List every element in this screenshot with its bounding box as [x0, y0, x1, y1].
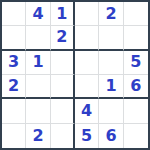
cell-r4c3[interactable] [51, 75, 75, 99]
cell-r6c5[interactable]: 6 [99, 124, 123, 148]
cell-r4c2[interactable] [26, 75, 50, 99]
cell-r4c6[interactable]: 6 [124, 75, 148, 99]
cell-r2c3[interactable]: 2 [51, 26, 75, 50]
cell-r1c2[interactable]: 4 [26, 2, 50, 26]
cell-r4c4[interactable] [75, 75, 99, 99]
cell-r5c4[interactable]: 4 [75, 99, 99, 123]
cell-r5c3[interactable] [51, 99, 75, 123]
sudoku-board: 4 1 2 2 3 1 5 2 1 6 4 2 5 6 [0, 0, 150, 150]
cell-r2c2[interactable] [26, 26, 50, 50]
cell-r2c1[interactable] [2, 26, 26, 50]
cell-r4c1[interactable]: 2 [2, 75, 26, 99]
cell-r1c6[interactable] [124, 2, 148, 26]
cell-r2c5[interactable] [99, 26, 123, 50]
cell-r6c1[interactable] [2, 124, 26, 148]
cell-r6c2[interactable]: 2 [26, 124, 50, 148]
cell-r6c4[interactable]: 5 [75, 124, 99, 148]
cell-r6c6[interactable] [124, 124, 148, 148]
cell-r5c1[interactable] [2, 99, 26, 123]
cell-r3c4[interactable] [75, 51, 99, 75]
cell-r1c1[interactable] [2, 2, 26, 26]
cell-r5c2[interactable] [26, 99, 50, 123]
cell-r2c6[interactable] [124, 26, 148, 50]
cell-r3c1[interactable]: 3 [2, 51, 26, 75]
cell-r5c5[interactable] [99, 99, 123, 123]
cell-r3c3[interactable] [51, 51, 75, 75]
cell-r1c3[interactable]: 1 [51, 2, 75, 26]
cell-r3c5[interactable] [99, 51, 123, 75]
cell-r1c4[interactable] [75, 2, 99, 26]
cell-r6c3[interactable] [51, 124, 75, 148]
cell-r3c6[interactable]: 5 [124, 51, 148, 75]
cell-r1c5[interactable]: 2 [99, 2, 123, 26]
cell-r2c4[interactable] [75, 26, 99, 50]
cell-r4c5[interactable]: 1 [99, 75, 123, 99]
cell-r5c6[interactable] [124, 99, 148, 123]
cell-r3c2[interactable]: 1 [26, 51, 50, 75]
